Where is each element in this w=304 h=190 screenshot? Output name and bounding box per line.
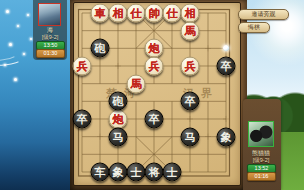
piece-red-advisor[interactable]: 仕 [163,4,182,23]
move-marker-dot [223,45,229,51]
piece-black-cannon[interactable]: 砲 [109,92,128,111]
piece-black-advisor[interactable]: 士 [163,162,182,181]
star-decoration [30,38,32,40]
piece-black-soldier[interactable]: 卒 [217,56,236,75]
piece-black-cannon[interactable]: 砲 [91,39,110,58]
star-decoration [6,10,9,13]
undo-button[interactable]: 悔棋 [238,22,270,33]
star-decoration [17,25,19,27]
piece-red-advisor[interactable]: 仕 [127,4,146,23]
piece-red-cannon[interactable]: 炮 [109,109,128,128]
star-decoration [9,43,12,46]
red-player-name: 海 [34,27,66,34]
piece-black-elephant[interactable]: 象 [109,162,128,181]
star-decoration [4,64,6,66]
piece-red-horse[interactable]: 馬 [127,74,146,93]
piece-red-soldier[interactable]: 兵 [73,56,92,75]
red-player-avatar [38,3,61,26]
piece-red-horse[interactable]: 馬 [181,21,200,40]
star-decoration [27,14,29,16]
piece-red-elephant[interactable]: 相 [109,4,128,23]
piece-red-chariot[interactable]: 車 [91,4,110,23]
piece-black-horse[interactable]: 马 [109,127,128,146]
invite-spectate-button[interactable]: 邀请旁观 [238,9,289,20]
piece-black-advisor[interactable]: 士 [127,162,146,181]
star-decoration [14,78,17,81]
black-player-avatar [248,121,274,147]
piece-black-chariot[interactable]: 车 [91,162,110,181]
piece-red-general[interactable]: 帥 [145,4,164,23]
piece-black-horse[interactable]: 马 [181,127,200,146]
piece-black-general[interactable]: 将 [145,162,164,181]
piece-black-soldier[interactable]: 卒 [145,109,164,128]
piece-red-soldier[interactable]: 兵 [145,56,164,75]
game-window: 楚河 汉界 車相仕帥仕相馬炮兵兵兵馬炮砲卒砲卒卒卒马马象车象士将士 邀请旁观 悔… [0,0,304,190]
black-step-timer: 01:16 [247,172,276,181]
piece-black-elephant[interactable]: 象 [217,127,236,146]
piece-red-soldier[interactable]: 兵 [181,56,200,75]
piece-red-elephant[interactable]: 相 [181,4,200,23]
black-player-rank: [级9-2] [244,157,278,163]
piece-red-cannon[interactable]: 炮 [145,39,164,58]
red-player-rank: [级9-2] [33,34,67,40]
red-step-timer: 01:30 [36,49,65,58]
piece-black-soldier[interactable]: 卒 [181,92,200,111]
star-decoration [23,53,25,55]
piece-black-soldier[interactable]: 卒 [73,109,92,128]
black-player-name: 熊猫猫 [245,150,277,157]
